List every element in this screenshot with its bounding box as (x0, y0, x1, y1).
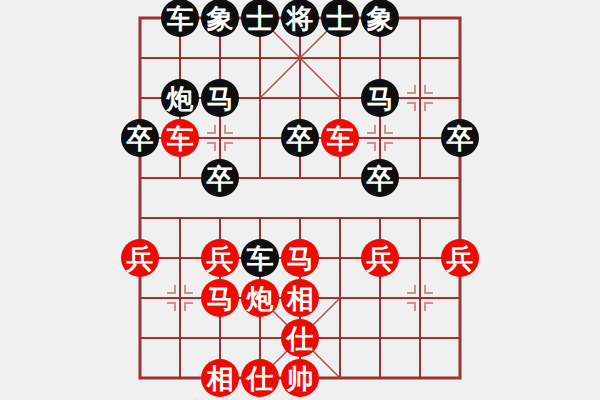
piece-black-king[interactable]: 将 (281, 0, 319, 37)
piece-red-advisor[interactable]: 仕 (241, 359, 279, 397)
piece-red-advisor[interactable]: 仕 (281, 319, 319, 357)
piece-red-pawn[interactable]: 兵 (121, 239, 159, 277)
piece-black-rook[interactable]: 车 (241, 239, 279, 277)
app-background: 车象士将士象炮马马卒车卒车卒卒卒兵兵车马兵兵马炮相仕相仕帅 (0, 0, 600, 400)
piece-red-horse[interactable]: 马 (281, 239, 319, 277)
piece-red-rook[interactable]: 车 (321, 119, 359, 157)
piece-red-rook[interactable]: 车 (161, 119, 199, 157)
piece-black-horse[interactable]: 马 (361, 79, 399, 117)
piece-black-rook[interactable]: 车 (161, 0, 199, 37)
piece-black-horse[interactable]: 马 (201, 79, 239, 117)
piece-black-pawn[interactable]: 卒 (281, 119, 319, 157)
piece-black-pawn[interactable]: 卒 (361, 159, 399, 197)
piece-black-elephant[interactable]: 象 (361, 0, 399, 37)
piece-red-pawn[interactable]: 兵 (441, 239, 479, 277)
xiangqi-board[interactable]: 车象士将士象炮马马卒车卒车卒卒卒兵兵车马兵兵马炮相仕相仕帅 (120, 0, 480, 398)
piece-red-king[interactable]: 帅 (281, 359, 319, 397)
piece-red-pawn[interactable]: 兵 (361, 239, 399, 277)
piece-red-cannon[interactable]: 炮 (241, 279, 279, 317)
piece-red-elephant[interactable]: 相 (281, 279, 319, 317)
piece-black-pawn[interactable]: 卒 (441, 119, 479, 157)
piece-black-pawn[interactable]: 卒 (201, 159, 239, 197)
piece-black-cannon[interactable]: 炮 (161, 79, 199, 117)
piece-black-elephant[interactable]: 象 (201, 0, 239, 37)
piece-black-advisor[interactable]: 士 (241, 0, 279, 37)
piece-black-pawn[interactable]: 卒 (121, 119, 159, 157)
piece-red-horse[interactable]: 马 (201, 279, 239, 317)
piece-red-elephant[interactable]: 相 (201, 359, 239, 397)
piece-red-pawn[interactable]: 兵 (201, 239, 239, 277)
piece-black-advisor[interactable]: 士 (321, 0, 359, 37)
